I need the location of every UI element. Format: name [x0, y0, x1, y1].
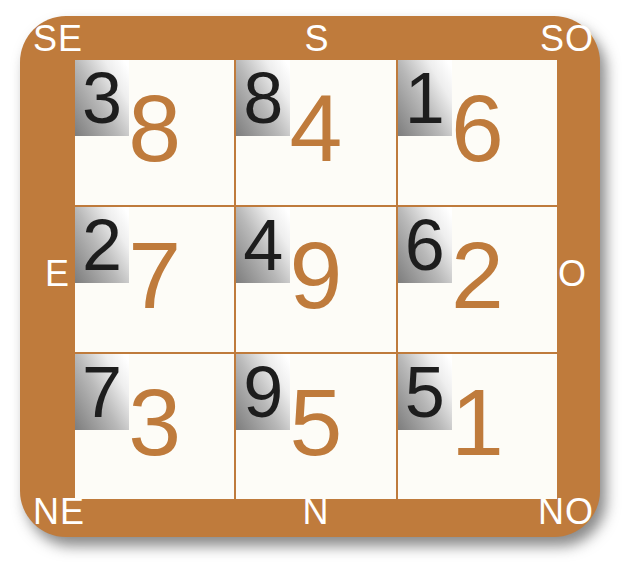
- star-number: 2: [451, 228, 504, 323]
- cell-ne: 7 3: [75, 354, 234, 499]
- base-number-square: 3: [75, 60, 129, 136]
- base-number: 1: [405, 62, 445, 134]
- cell-no: 5 1: [398, 354, 557, 499]
- cell-s: 8 4: [236, 60, 395, 205]
- base-number: 6: [405, 209, 445, 281]
- base-number-square: 6: [398, 207, 452, 283]
- star-number: 6: [451, 81, 504, 176]
- base-number-square: 7: [75, 354, 129, 430]
- compass-label-e: E: [45, 256, 70, 292]
- base-number: 5: [405, 356, 445, 428]
- star-number: 1: [451, 375, 504, 470]
- base-number-square: 4: [236, 207, 290, 283]
- base-number-square: 8: [236, 60, 290, 136]
- compass-label-o: O: [558, 256, 587, 292]
- chart-frame: SE S SO E O NE N NO 3 8 8 4 1 6 2: [20, 16, 600, 537]
- base-number-square: 5: [398, 354, 452, 430]
- star-number: 5: [290, 375, 343, 470]
- compass-label-se: SE: [33, 21, 83, 57]
- cell-o: 6 2: [398, 207, 557, 352]
- star-number: 3: [128, 375, 181, 470]
- compass-label-ne: NE: [33, 494, 85, 530]
- star-number: 8: [128, 81, 181, 176]
- base-number: 7: [82, 356, 122, 428]
- base-number: 2: [82, 209, 122, 281]
- cell-so: 1 6: [398, 60, 557, 205]
- base-number: 8: [243, 62, 283, 134]
- compass-label-no: NO: [538, 494, 594, 530]
- base-number-square: 1: [398, 60, 452, 136]
- base-number: 9: [243, 356, 283, 428]
- base-number: 3: [82, 62, 122, 134]
- cell-e: 2 7: [75, 207, 234, 352]
- base-number-square: 9: [236, 354, 290, 430]
- star-number: 7: [128, 228, 181, 323]
- compass-label-so: SO: [540, 21, 594, 57]
- star-number: 9: [290, 228, 343, 323]
- compass-label-s: S: [304, 21, 329, 57]
- cell-se: 3 8: [75, 60, 234, 205]
- base-number: 4: [243, 209, 283, 281]
- base-number-square: 2: [75, 207, 129, 283]
- cell-center: 4 9: [236, 207, 395, 352]
- lo-shu-board: 3 8 8 4 1 6 2 7 4 9: [75, 60, 557, 499]
- cell-n: 9 5: [236, 354, 395, 499]
- compass-label-n: N: [303, 494, 330, 530]
- star-number: 4: [290, 81, 343, 176]
